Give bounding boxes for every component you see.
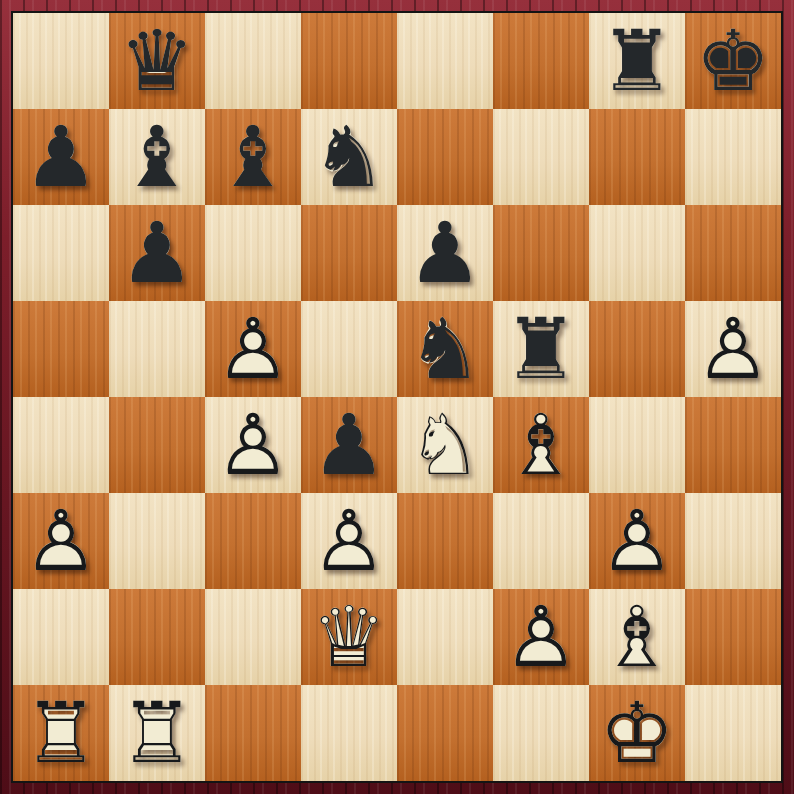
king-icon: ♚ (685, 13, 781, 109)
square-d8[interactable] (301, 13, 397, 109)
square-c8[interactable] (205, 13, 301, 109)
pawn-icon: ♙ (589, 493, 685, 589)
square-b1[interactable]: ♜♖ (109, 685, 205, 781)
black-bishop-b7[interactable]: ♗♝ (109, 109, 205, 205)
square-g8[interactable]: ♖♜ (589, 13, 685, 109)
square-f7[interactable] (493, 109, 589, 205)
square-c7[interactable]: ♗♝ (205, 109, 301, 205)
square-b7[interactable]: ♗♝ (109, 109, 205, 205)
square-f2[interactable]: ♟♙ (493, 589, 589, 685)
square-d5[interactable] (301, 301, 397, 397)
square-f8[interactable] (493, 13, 589, 109)
square-e4[interactable]: ♞♘ (397, 397, 493, 493)
white-knight-e4[interactable]: ♞♘ (397, 397, 493, 493)
white-pawn-f2[interactable]: ♟♙ (493, 589, 589, 685)
square-e8[interactable] (397, 13, 493, 109)
white-bishop-g2[interactable]: ♝♗ (589, 589, 685, 685)
square-f1[interactable] (493, 685, 589, 781)
square-f3[interactable] (493, 493, 589, 589)
board-frame: ♕♛♖♜♔♚♙♟♗♝♗♝♘♞♙♟♙♟♟♙♘♞♖♜♟♙♟♙♙♟♞♘♝♗♟♙♟♙♟♙… (0, 0, 794, 794)
square-c1[interactable] (205, 685, 301, 781)
square-e7[interactable] (397, 109, 493, 205)
black-king-h8[interactable]: ♔♚ (685, 13, 781, 109)
square-e5[interactable]: ♘♞ (397, 301, 493, 397)
square-a7[interactable]: ♙♟ (13, 109, 109, 205)
square-c5[interactable]: ♟♙ (205, 301, 301, 397)
white-pawn-g3[interactable]: ♟♙ (589, 493, 685, 589)
bishop-icon: ♝ (205, 109, 301, 205)
square-d3[interactable]: ♟♙ (301, 493, 397, 589)
pawn-icon: ♙ (493, 589, 589, 685)
square-b3[interactable] (109, 493, 205, 589)
knight-icon: ♞ (397, 301, 493, 397)
pawn-icon: ♙ (205, 301, 301, 397)
square-b5[interactable] (109, 301, 205, 397)
square-g3[interactable]: ♟♙ (589, 493, 685, 589)
square-a4[interactable] (13, 397, 109, 493)
black-rook-f5[interactable]: ♖♜ (493, 301, 589, 397)
square-c2[interactable] (205, 589, 301, 685)
square-d2[interactable]: ♛♕ (301, 589, 397, 685)
square-h8[interactable]: ♔♚ (685, 13, 781, 109)
square-a6[interactable] (13, 205, 109, 301)
square-h3[interactable] (685, 493, 781, 589)
pawn-icon: ♙ (301, 493, 397, 589)
pawn-icon: ♙ (685, 301, 781, 397)
square-a2[interactable] (13, 589, 109, 685)
white-king-g1[interactable]: ♚♔ (589, 685, 685, 781)
pawn-icon: ♟ (109, 205, 205, 301)
white-pawn-h5[interactable]: ♟♙ (685, 301, 781, 397)
square-c6[interactable] (205, 205, 301, 301)
pawn-icon: ♟ (13, 109, 109, 205)
knight-icon: ♘ (397, 397, 493, 493)
white-pawn-c4[interactable]: ♟♙ (205, 397, 301, 493)
square-h7[interactable] (685, 109, 781, 205)
square-h5[interactable]: ♟♙ (685, 301, 781, 397)
square-a8[interactable] (13, 13, 109, 109)
square-b6[interactable]: ♙♟ (109, 205, 205, 301)
square-h4[interactable] (685, 397, 781, 493)
white-queen-d2[interactable]: ♛♕ (301, 589, 397, 685)
king-icon: ♔ (589, 685, 685, 781)
rook-icon: ♜ (493, 301, 589, 397)
square-h6[interactable] (685, 205, 781, 301)
black-queen-b8[interactable]: ♕♛ (109, 13, 205, 109)
pawn-icon: ♟ (301, 397, 397, 493)
queen-icon: ♕ (301, 589, 397, 685)
black-pawn-b6[interactable]: ♙♟ (109, 205, 205, 301)
white-rook-b1[interactable]: ♜♖ (109, 685, 205, 781)
white-rook-a1[interactable]: ♜♖ (13, 685, 109, 781)
square-d1[interactable] (301, 685, 397, 781)
square-g4[interactable] (589, 397, 685, 493)
chess-board: ♕♛♖♜♔♚♙♟♗♝♗♝♘♞♙♟♙♟♟♙♘♞♖♜♟♙♟♙♙♟♞♘♝♗♟♙♟♙♟♙… (13, 13, 781, 781)
square-g5[interactable] (589, 301, 685, 397)
square-a3[interactable]: ♟♙ (13, 493, 109, 589)
pawn-icon: ♙ (205, 397, 301, 493)
bishop-icon: ♗ (589, 589, 685, 685)
white-pawn-c5[interactable]: ♟♙ (205, 301, 301, 397)
square-b8[interactable]: ♕♛ (109, 13, 205, 109)
square-d6[interactable] (301, 205, 397, 301)
bishop-icon: ♝ (109, 109, 205, 205)
black-bishop-c7[interactable]: ♗♝ (205, 109, 301, 205)
square-h1[interactable] (685, 685, 781, 781)
square-e2[interactable] (397, 589, 493, 685)
square-a1[interactable]: ♜♖ (13, 685, 109, 781)
rook-icon: ♖ (109, 685, 205, 781)
black-pawn-e6[interactable]: ♙♟ (397, 205, 493, 301)
black-pawn-a7[interactable]: ♙♟ (13, 109, 109, 205)
square-c3[interactable] (205, 493, 301, 589)
black-rook-g8[interactable]: ♖♜ (589, 13, 685, 109)
white-bishop-f4[interactable]: ♝♗ (493, 397, 589, 493)
square-e1[interactable] (397, 685, 493, 781)
square-g6[interactable] (589, 205, 685, 301)
queen-icon: ♛ (109, 13, 205, 109)
rook-icon: ♜ (589, 13, 685, 109)
white-pawn-d3[interactable]: ♟♙ (301, 493, 397, 589)
square-d4[interactable]: ♙♟ (301, 397, 397, 493)
square-g1[interactable]: ♚♔ (589, 685, 685, 781)
rook-icon: ♖ (13, 685, 109, 781)
square-b2[interactable] (109, 589, 205, 685)
square-g7[interactable] (589, 109, 685, 205)
pawn-icon: ♙ (13, 493, 109, 589)
white-pawn-a3[interactable]: ♟♙ (13, 493, 109, 589)
black-knight-d7[interactable]: ♘♞ (301, 109, 397, 205)
square-g2[interactable]: ♝♗ (589, 589, 685, 685)
square-d7[interactable]: ♘♞ (301, 109, 397, 205)
board-inner-border: ♕♛♖♜♔♚♙♟♗♝♗♝♘♞♙♟♙♟♟♙♘♞♖♜♟♙♟♙♙♟♞♘♝♗♟♙♟♙♟♙… (11, 11, 783, 783)
bishop-icon: ♗ (493, 397, 589, 493)
square-c4[interactable]: ♟♙ (205, 397, 301, 493)
square-b4[interactable] (109, 397, 205, 493)
pawn-icon: ♟ (397, 205, 493, 301)
square-e3[interactable] (397, 493, 493, 589)
black-knight-e5[interactable]: ♘♞ (397, 301, 493, 397)
square-h2[interactable] (685, 589, 781, 685)
square-f5[interactable]: ♖♜ (493, 301, 589, 397)
square-e6[interactable]: ♙♟ (397, 205, 493, 301)
black-pawn-d4[interactable]: ♙♟ (301, 397, 397, 493)
knight-icon: ♞ (301, 109, 397, 205)
square-a5[interactable] (13, 301, 109, 397)
square-f4[interactable]: ♝♗ (493, 397, 589, 493)
square-f6[interactable] (493, 205, 589, 301)
